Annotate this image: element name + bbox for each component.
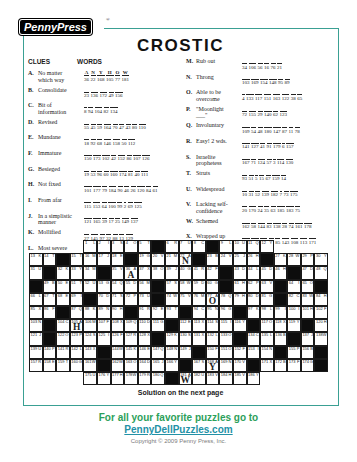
cell-clue-letter: J [107,254,109,259]
answer-number: 3 [273,155,276,166]
cell-clue-letter: X [93,347,96,352]
cell-number: 35 [112,267,116,272]
cell-number: 116 [234,320,240,325]
grid-cell-82C[interactable]: 82C [287,293,301,306]
grid-cell-123P[interactable]: 123P [70,332,84,345]
cell-number: 160 [71,360,78,365]
grid-cell-72P[interactable]: 72P [124,293,138,306]
cell-number: 163 [126,360,133,365]
grid-cell-111G[interactable]: 111G [151,319,165,332]
grid-cell-180Q[interactable]: 180Q [151,372,165,385]
grid-cell-134C[interactable]: 134C [247,332,261,345]
grid-cell-69I[interactable]: 69I [70,293,84,306]
promo-link-wrap: PennyDellPuzzles.com [0,424,357,435]
grid-cell-89N[interactable]: 89N [97,306,111,319]
clue-item-B: B.Consolidate2313617249156 [28,87,182,100]
grid-cell-45D[interactable]: 45D [260,266,274,279]
cell-clue-letter: Y [174,360,177,365]
grid-cell-64I[interactable]: 64I [287,280,301,293]
grid-cell-177H[interactable]: 177H [111,372,125,385]
grid-cell-121J[interactable]: 121J [29,332,43,345]
grid-cell-166Y[interactable]: 166Y [165,359,179,372]
grid-cell-26H[interactable]: 26H [247,253,261,266]
grid-cell-151O[interactable]: 151O [219,346,233,359]
grid-cell-100I[interactable]: 100I [287,306,301,319]
grid-cell-81G[interactable]: 81G [260,293,274,306]
grid-cell-56M[interactable]: 56M [138,280,152,293]
clue-item-S: S.Israelite prophetess16771124573114130 [186,154,334,167]
cell-number: 30 [316,254,320,259]
grid-cell-78Q[interactable]: 78Q [219,293,233,306]
grid-cell-165J[interactable]: 165J [151,359,165,372]
grid-cell-68E[interactable]: 68E [56,293,70,306]
clue-letter: J. [28,213,38,226]
grid-cell-54Q[interactable]: 54Q [111,280,125,293]
answer-number: 104 [95,103,103,114]
grid-cell-186Y[interactable]: 186Y [247,372,261,385]
answer-number: 112 [128,135,135,146]
cell-number: 180 [153,373,160,378]
grid-cell-126F[interactable]: 126F [111,332,125,345]
grid-cell-130S[interactable]: 130S [179,332,193,345]
grid-cell-139U[interactable]: 139U [29,346,43,359]
cell-number: 38 [153,267,157,272]
grid-cell-162W[interactable]: 162W [111,359,125,372]
grid-cell-108X[interactable]: 108X [111,319,125,332]
grid-cell-106M[interactable]: 106M [83,319,97,332]
grid-cell-118X[interactable]: 118X [274,319,288,332]
grid-cell-169N[interactable]: 169N [219,359,233,372]
cell-number: 131 [194,333,201,338]
grid-cell-37X[interactable]: 37X [138,266,152,279]
grid-cell-113X[interactable]: 113X [192,319,206,332]
cell-clue-letter: H [310,307,313,312]
clue-text: Schemed [196,218,242,231]
cell-clue-letter: S [93,333,96,338]
grid-black-cell [206,240,220,253]
clue-text: From afar [38,197,84,210]
cell-number: 57 [166,281,170,286]
clue-item-W: W.Schemed16258144831382874161178 [186,218,334,231]
cell-clue-letter: X [147,267,150,272]
answer-number: 81 [128,167,133,178]
grid-cell-48Q[interactable]: 48Q [314,266,328,279]
cell-clue-letter: K [134,347,137,352]
grid-cell-110D[interactable]: 110D [138,319,152,332]
grid-cell-11Q[interactable]: 11Q [247,240,261,253]
grid-cell-181A[interactable]: 181AW [179,372,193,385]
answer-number: 48 [258,123,263,134]
clue-item-Q: Q.Involuntary1095448180147871178 [186,122,334,135]
grid-cell-55D[interactable]: 55D [124,280,138,293]
grid-cell-22A[interactable]: 22AN [179,253,193,266]
grid-cell-105A[interactable]: 105AH [70,319,84,332]
grid-cell-149J[interactable]: 149J [179,346,193,359]
cell-number: 4 [126,241,128,246]
cell-clue-letter: Q [160,373,163,378]
grid-cell-59D[interactable]: 59D [192,280,206,293]
cell-number: 92 [153,307,157,312]
grid-cell-140P[interactable]: 140P [43,346,57,359]
grid-cell-142L[interactable]: 142L [70,346,84,359]
grid-cell-88K[interactable]: 88K [83,306,97,319]
grid-cell-99I[interactable]: 99I [274,306,288,319]
answer-number: 89 [285,75,290,86]
clue-letter: E. [28,134,38,147]
sample-letter: N [180,256,192,266]
grid-cell-57S[interactable]: 57S [165,280,179,293]
answer-number: 29 [258,107,263,118]
cell-clue-letter: W [173,294,177,299]
grid-cell-143X[interactable]: 143X [83,346,97,359]
grid-cell-73U[interactable]: 73U [138,293,152,306]
grid-cell-8C[interactable]: 8C [192,240,206,253]
grid-cell-32K[interactable]: 32K [56,266,70,279]
grid-cell-95N[interactable]: 95N [206,306,220,319]
copyright: Copyright © 2009 Penny Press, Inc. [0,438,357,444]
grid-cell-116Y[interactable]: 116Y [233,319,247,332]
grid-cell-178W[interactable]: 178W [124,372,138,385]
grid-cell-74W[interactable]: 74W [165,293,179,306]
answer-number: 93 [242,171,247,182]
clue-text: Mundane [38,134,84,147]
grid-cell-127R[interactable]: 127R [124,332,138,345]
grid-cell-163O[interactable]: 163O [124,359,138,372]
grid-cell-4O[interactable]: 4O [124,240,138,253]
cell-clue-letter: Y [270,241,273,246]
grid-cell-117O[interactable]: 117O [260,319,274,332]
cell-clue-letter: R [201,267,204,272]
grid-cell-12Y[interactable]: 12Y [260,240,274,253]
cell-number: 12 [262,241,266,246]
cell-clue-letter: N [269,347,272,352]
grid-cell-15T[interactable]: 15T [70,253,84,266]
grid-cell-153I[interactable]: 153I [247,346,261,359]
grid-cell-91R[interactable]: 91R [138,306,152,319]
grid-black-cell [43,332,57,345]
cell-clue-letter: U [38,267,41,272]
grid-cell-58W[interactable]: 58W [179,280,193,293]
grid-cell-133O[interactable]: 133O [219,332,233,345]
grid-cell-2I[interactable]: 2I [97,240,111,253]
grid-cell-61H[interactable]: 61H [233,280,247,293]
grid-cell-104C[interactable]: 104C [56,319,70,332]
answer-number: 73 [284,187,289,198]
cell-number: 157 [31,360,38,365]
cell-number: 88 [85,307,89,312]
grid-cell-160G[interactable]: 160G [70,359,84,372]
grid-cell-51T[interactable]: 51T [70,280,84,293]
grid-cell-49B[interactable]: 49B [43,280,57,293]
grid-cell-141R[interactable]: 141R [56,346,70,359]
clue-answer-numbers: 1501731024215286107126 [84,150,182,163]
cell-number: 52 [85,281,89,286]
cell-number: 153 [248,347,255,352]
grid-cell-157R[interactable]: 157R [29,359,43,372]
grid-cell-128X[interactable]: 128X [138,332,152,345]
cell-number: 78 [221,294,225,299]
grid-cell-52U[interactable]: 52U [83,280,97,293]
grid-cell-174G[interactable]: 174G [301,359,315,372]
grid-cell-135L[interactable]: 135L [260,332,274,345]
grid-cell-40G[interactable]: 40G [179,266,193,279]
cell-number: 44 [248,267,252,272]
grid-cell-185V[interactable]: 185V [233,372,247,385]
grid-cell-167S[interactable]: 167S [192,359,206,372]
grid-void [260,372,274,385]
grid-cell-9L[interactable]: 9L [219,240,233,253]
cell-number: 111 [153,320,159,325]
cell-clue-letter: I [81,294,82,299]
grid-cell-44L[interactable]: 44L [247,266,261,279]
grid-cell-168A[interactable]: 168AY [206,359,220,372]
cell-number: 23 [207,254,211,259]
cell-number: 66 [31,294,35,299]
cell-clue-letter: D [106,294,109,299]
grid-cell-18E[interactable]: 18E [111,253,125,266]
grid-black-cell [192,346,206,359]
cell-clue-letter: K [66,267,69,272]
grid-cell-129K[interactable]: 129K [165,332,179,345]
grid-cell-5T[interactable]: 5T [138,240,152,253]
grid-cell-173F[interactable]: 173F [287,359,301,372]
clue-text: Rub out [196,58,242,71]
grid-cell-10U[interactable]: 10U [233,240,247,253]
grid-cell-184H[interactable]: 184H [219,372,233,385]
answer-number: 149 [122,214,130,225]
cell-number: 123 [71,333,78,338]
grid-cell-75V[interactable]: 75V [179,293,193,306]
answer-number: 115 [84,198,91,209]
cell-number: 176 [98,373,105,378]
grid-cell-83W[interactable]: 83W [301,293,315,306]
grid-cell-107F[interactable]: 107F [97,319,111,332]
grid-cell-96G[interactable]: 96G [219,306,233,319]
answer-number: 134 [110,103,118,114]
grid-cell-16M[interactable]: 16M [83,253,97,266]
grid-cell-90H[interactable]: 90H [111,306,125,319]
cell-clue-letter: N [229,360,232,365]
cell-clue-letter: I [298,307,299,312]
grid-cell-27K[interactable]: 27K [274,253,288,266]
grid-cell-17J[interactable]: 17J [97,253,111,266]
cell-number: 178 [126,373,133,378]
grid-cell-87Q[interactable]: 87Q [70,306,84,319]
grid-cell-155P[interactable]: 155P [287,346,301,359]
grid-cell-170V[interactable]: 170V [233,359,247,372]
grid-cell-6R[interactable]: 6R [165,240,179,253]
grid-cell-42F[interactable]: 42F [206,266,220,279]
grid-cell-145K[interactable]: 145K [124,346,138,359]
cell-clue-letter: P [79,333,82,338]
grid-cell-1L[interactable]: 1L [83,240,97,253]
answer-number: 114 [277,155,284,166]
grid-cell-147Q[interactable]: 147Q [151,346,165,359]
cell-clue-letter: K [38,254,41,259]
grid-cell-101H[interactable]: 101H [301,306,315,319]
grid-cell-94C[interactable]: 94C [192,306,206,319]
grid-cell-7U[interactable]: 7U [179,240,193,253]
answer-number: 19 [84,167,89,178]
grid-cell-84H[interactable]: 84H [314,293,328,306]
grid-cell-62P[interactable]: 62P [247,280,261,293]
grid-cell-112E[interactable]: 112E [179,319,193,332]
cell-number: 69 [71,294,75,299]
grid-cell-60G[interactable]: 60G [206,280,220,293]
grid-cell-150F[interactable]: 150F [206,346,220,359]
grid-cell-66L[interactable]: 66L [29,293,43,306]
cell-clue-letter: W [92,360,96,365]
grid-cell-14T[interactable]: 14T [43,253,57,266]
grid-cell-138W[interactable]: 138W [314,332,328,345]
grid-cell-30Y[interactable]: 30Y [314,253,328,266]
grid-cell-65O[interactable]: 65O [301,280,315,293]
grid-cell-148N[interactable]: 148N [165,346,179,359]
grid-cell-79H[interactable]: 79H [233,293,247,306]
cell-clue-letter: J [311,333,313,338]
grid-cell-172B[interactable]: 172B [274,359,288,372]
column-headers: CLUES WORDS [28,58,182,65]
grid-cell-19G[interactable]: 19G [138,253,152,266]
grid-black-cell [301,319,315,332]
grid-cell-92E[interactable]: 92E [151,306,165,319]
grid-black-cell [97,346,111,359]
cell-number: 126 [112,333,119,338]
grid-cell-53G[interactable]: 53G [97,280,111,293]
grid-cell-29P[interactable]: 29P [301,253,315,266]
grid-cell-179R[interactable]: 179R [138,372,152,385]
grid-cell-164D[interactable]: 164D [138,359,152,372]
grid-cell-144W[interactable]: 144W [111,346,125,359]
cell-clue-letter: W [132,373,136,378]
grid-cell-67T[interactable]: 67T [43,293,57,306]
cell-number: 169 [221,360,228,365]
cell-number: 165 [153,360,160,365]
grid-cell-46H[interactable]: 46H [274,266,288,279]
grid-cell-33Y[interactable]: 33Y [70,266,84,279]
cell-clue-letter: V [188,294,191,299]
grid-cell-38O[interactable]: 38O [151,266,165,279]
cell-clue-letter: H [283,267,286,272]
grid-cell-152F[interactable]: 152F [233,346,247,359]
grid-cell-183V[interactable]: 183V [206,372,220,385]
grid-cell-36A[interactable]: 36AA [124,266,138,279]
grid-cell-137J[interactable]: 137J [301,332,315,345]
cell-clue-letter: O [65,333,68,338]
cell-clue-letter: E [147,347,150,352]
grid-cell-80D[interactable]: 80D [247,293,261,306]
grid-cell-122O[interactable]: 122O [56,332,70,345]
grid-cell-50E[interactable]: 50E [56,280,70,293]
grid-cell-63V[interactable]: 63V [260,280,274,293]
cell-number: 145 [126,347,133,352]
grid-cell-102F[interactable]: 102F [314,306,328,319]
grid-cell-156B[interactable]: 156B [301,346,315,359]
grid-cell-97K[interactable]: 97K [247,306,261,319]
grid-cell-41R[interactable]: 41R [192,266,206,279]
grid-cell-28W[interactable]: 28W [287,253,301,266]
cell-clue-letter: H [229,373,232,378]
grid-cell-34M[interactable]: 34M [83,266,97,279]
grid-cell-21M[interactable]: 21M [165,253,179,266]
grid-cell-158E[interactable]: 158E [43,359,57,372]
grid-cell-35V[interactable]: 35V [111,266,125,279]
grid-cell-39J[interactable]: 39J [165,266,179,279]
grid-cell-171X[interactable]: 171X [260,359,274,372]
cell-number: 62 [248,281,252,286]
grid-cell-119Y[interactable]: 119Y [287,319,301,332]
grid-cell-77A[interactable]: 77AO [206,293,220,306]
cell-number: 103 [31,320,38,325]
clue-answer-numbers: A36N22Y168H105O77W181 [84,70,182,83]
grid-cell-176Y[interactable]: 176Y [97,372,111,385]
grid-cell-76M[interactable]: 76M [192,293,206,306]
grid-cell-86F[interactable]: 86F [43,306,57,319]
clue-letter: F. [28,150,38,163]
grid-cell-20V[interactable]: 20V [151,253,165,266]
grid-cell-114S[interactable]: 114S [206,319,220,332]
grid-cell-159T[interactable]: 159T [56,359,70,372]
cell-number: 170 [234,360,241,365]
grid-cell-31U[interactable]: 31U [29,266,43,279]
grid-cell-47D[interactable]: 47D [301,266,315,279]
cell-clue-letter: I [230,320,231,325]
cell-number: 82 [289,294,293,299]
cell-clue-letter: K [174,333,177,338]
grid-cell-125I[interactable]: 125I [97,332,111,345]
cell-number: 175 [85,373,92,378]
cell-number: 54 [112,281,116,286]
cell-clue-letter: V [229,254,232,259]
grid-cell-146E[interactable]: 146E [138,346,152,359]
grid-cell-154N[interactable]: 154N [260,346,274,359]
grid-cell-98L[interactable]: 98L [260,306,274,319]
cell-number: 125 [98,333,105,338]
clue-answer-numbers: 2017024356318518375 [242,201,334,214]
grid-cell-70D[interactable]: 70D [97,293,111,306]
cell-number: 1 [85,241,87,246]
grid-cell-71S[interactable]: 71S [111,293,125,306]
grid-cell-161W[interactable]: 161W [83,359,97,372]
pennydellpuzzles-link[interactable]: PennyDellPuzzles.com [124,424,232,435]
grid-cell-85X[interactable]: 85X [29,306,43,319]
grid-cell-136B[interactable]: 136B [274,332,288,345]
grid-cell-109Q[interactable]: 109Q [124,319,138,332]
grid-cell-124S[interactable]: 124S [83,332,97,345]
grid-cell-103N[interactable]: 103N [29,319,43,332]
cell-clue-letter: Q [120,281,123,286]
grid-cell-93T[interactable]: 93T [165,306,179,319]
grid-cell-23B[interactable]: 23B [206,253,220,266]
cell-number: 149 [180,347,187,352]
grid-cell-43D[interactable]: 43D [233,266,247,279]
grid-cell-182U[interactable]: 182U [192,372,206,385]
grid-cell-3S[interactable]: 3S [111,240,125,253]
cell-clue-letter: S [174,281,177,286]
grid-cell-13K[interactable]: 13K [29,253,43,266]
grid-cell-131X[interactable]: 131X [192,332,206,345]
grid-cell-24V[interactable]: 24V [219,253,233,266]
grid-cell-120H[interactable]: 120H [314,319,328,332]
grid-cell-115I[interactable]: 115I [219,319,233,332]
grid-cell-132L[interactable]: 132L [206,332,220,345]
grid-cell-25J[interactable]: 25J [233,253,247,266]
answer-number: 34 [242,59,247,70]
cell-number: 11 [248,241,252,246]
grid-cell-175U[interactable]: 175U [83,372,97,385]
answer-number: 27 [84,230,89,241]
cell-number: 49 [44,281,48,286]
